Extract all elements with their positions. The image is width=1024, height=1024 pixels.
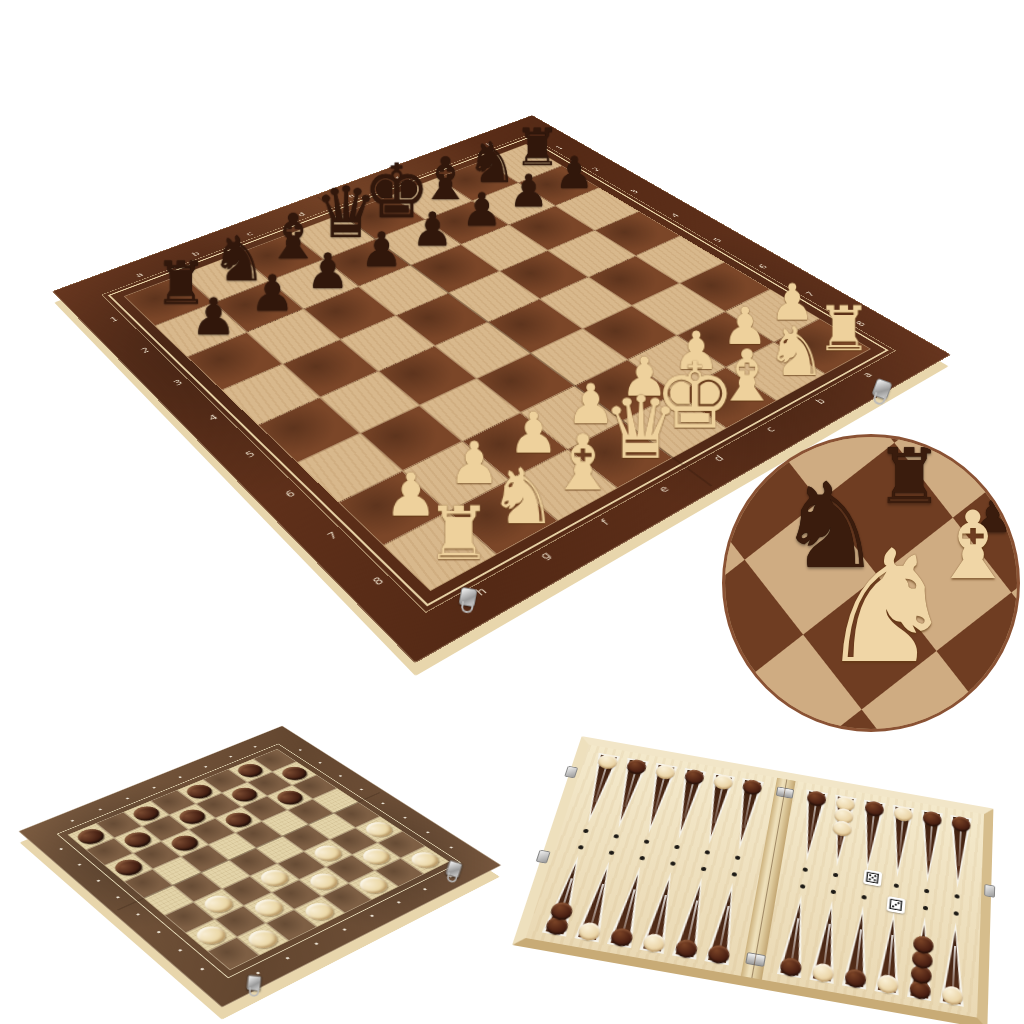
backgammon-board: ⚄⚂ [512,736,993,1024]
guide-dot [894,883,899,888]
border-dot [77,863,81,865]
guide-dot [802,867,808,872]
guide-dot [954,911,959,916]
border-dot [285,957,290,960]
rank-label-6: 6 [283,489,297,499]
checkers-square-0-7 [253,749,297,772]
border-dot [381,802,385,804]
checkers-board [18,726,501,1008]
border-dot [422,888,426,891]
border-dot [178,776,182,778]
border-dot [255,972,260,975]
guide-dot [735,855,741,860]
left-bot-points [538,853,748,966]
black-pawn: ♟ [412,208,454,252]
black-pawn: ♟ [461,189,502,232]
guide-dot [639,856,645,861]
checkers-square-7-5 [349,871,399,900]
divider-hinge-top [776,786,794,798]
border-dot [98,809,102,811]
border-dot [178,949,183,952]
file-label-c: c [764,425,778,434]
light-checker-man [406,849,443,870]
guide-dot [833,873,838,878]
file-label-b: b [813,397,827,406]
border-dot [342,928,347,931]
right-bot-points [773,892,971,1007]
black-pawn: ♟ [306,249,350,295]
backgammon-left-clasp-bottom [536,850,551,864]
left-top-points [573,752,767,852]
guide-dot [608,850,614,855]
checkers-square-7-7 [401,846,450,874]
rank-label-1: 1 [108,316,119,323]
light-checker-man [361,819,397,839]
rank-label-4: 4 [669,212,680,218]
border-dot [70,820,74,822]
border-dot [318,762,322,764]
guide-dot [954,894,959,899]
point-right-top-6 [942,814,975,891]
rank-label-3: 3 [172,379,184,387]
black-pawn: ♟ [250,271,295,318]
guide-dot [704,850,710,855]
die-3: ⚂ [886,896,905,914]
border-dot [59,848,63,850]
backgammon-right-panel: ⚄⚂ [762,781,984,1018]
rank-label-2: 2 [139,346,151,354]
point-right-bot-5 [903,914,940,1002]
rank-label-6: 6 [757,263,769,270]
product-photo-canvas: ♜♞♝♛♚♝♞♜♟♟♟♟♟♟♟♟♟♟♟♟♟♟♟♟♜♞♝♛♚♝♞♜ 1122334… [0,0,1024,1024]
rank-label-5: 5 [244,450,257,459]
black-pawn: ♟ [554,153,593,195]
checkers-square-2-2 [161,830,208,857]
backgammon-left-panel [526,744,777,975]
border-dot [298,749,302,751]
right-top-points [791,789,975,891]
point-right-top-5 [912,809,946,885]
border-dot [152,787,156,789]
guide-dot [674,845,680,850]
guide-dot [923,906,928,911]
backgammon-left-clasp-top [564,766,578,779]
border-dot [135,913,139,916]
checkers-grid [68,749,450,970]
border-dot [449,846,453,848]
border-dot [200,967,205,970]
guide-dot [800,884,806,889]
white-rook: ♜ [426,498,492,568]
file-label-a: a [134,272,145,279]
checkers-front-clasp [246,975,261,992]
rank-label-7: 7 [325,530,339,541]
detail-inset: ♞♜♟♝♞ [722,434,1020,732]
border-dot [96,879,100,882]
border-dot [338,775,342,777]
guide-dot [831,889,836,894]
guide-dot [924,889,929,894]
black-pawn: ♟ [191,293,237,341]
border-dot [425,831,429,833]
guide-dot [861,895,866,900]
black-pawn: ♟ [360,228,403,273]
guide-dot [731,872,737,877]
chess-front-clasp [459,587,478,608]
file-label-d: d [712,454,726,463]
divider-hinge-bottom [745,952,766,967]
border-dot [228,756,232,758]
border-dot [253,746,257,748]
file-label-g: g [538,550,553,561]
rank-label-8: 8 [370,575,385,587]
guide-dot [670,861,676,866]
border-dot [403,816,407,818]
border-dot [314,942,319,945]
rank-label-3: 3 [629,189,640,195]
guide-dot [578,845,584,850]
file-label-a: a [861,371,875,379]
file-label-e: e [657,484,672,494]
point-right-bot-6 [935,919,971,1007]
border-dot [396,901,400,904]
die-5: ⚄ [863,869,882,886]
guide-dot [583,829,589,834]
dark-checker-man [175,807,210,827]
border-dot [203,766,207,768]
guide-dot [644,839,650,844]
rank-label-5: 5 [712,237,724,243]
black-pawn: ♟ [509,170,549,213]
backgammon-right-clasp [984,884,995,898]
border-dot [125,798,129,800]
guide-dot [613,834,619,839]
border-dot [156,930,161,933]
file-label-f: f [599,518,611,527]
border-dot [369,915,374,918]
border-dot [359,788,363,790]
white-knight: ♞ [488,461,557,534]
inset-white-knight: ♞ [817,529,957,685]
guide-dot [701,867,707,872]
white-bishop: ♝ [549,427,618,500]
border-dot [115,896,119,899]
rank-label-4: 4 [207,413,220,422]
